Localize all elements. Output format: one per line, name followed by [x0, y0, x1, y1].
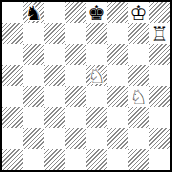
square-f6[interactable] [107, 44, 128, 65]
square-h1[interactable] [149, 149, 170, 170]
square-e8[interactable]: ♚ [86, 2, 107, 23]
square-a6[interactable] [2, 44, 23, 65]
square-f2[interactable] [107, 128, 128, 149]
square-e7[interactable] [86, 23, 107, 44]
square-b6[interactable] [23, 44, 44, 65]
piece-black-king[interactable]: ♚ [86, 2, 107, 23]
square-g4[interactable]: ♞♘ [128, 86, 149, 107]
square-f7[interactable] [107, 23, 128, 44]
piece-black-knight[interactable]: ♞ [23, 2, 44, 23]
square-f8[interactable] [107, 2, 128, 23]
square-a7[interactable] [2, 23, 23, 44]
square-h2[interactable] [149, 128, 170, 149]
square-b2[interactable] [23, 128, 44, 149]
square-a3[interactable] [2, 107, 23, 128]
square-b1[interactable] [23, 149, 44, 170]
white-knight-outline-layer: ♘ [86, 65, 107, 86]
white-king-outline-layer: ♔ [128, 2, 149, 23]
square-f4[interactable] [107, 86, 128, 107]
square-c3[interactable] [44, 107, 65, 128]
square-d7[interactable] [65, 23, 86, 44]
square-d6[interactable] [65, 44, 86, 65]
square-b4[interactable] [23, 86, 44, 107]
square-d8[interactable] [65, 2, 86, 23]
piece-white-rook[interactable]: ♜♖ [149, 23, 170, 44]
square-h6[interactable] [149, 44, 170, 65]
square-a2[interactable] [2, 128, 23, 149]
square-e1[interactable] [86, 149, 107, 170]
piece-white-knight[interactable]: ♞♘ [86, 65, 107, 86]
square-c8[interactable] [44, 2, 65, 23]
square-f5[interactable] [107, 65, 128, 86]
square-d4[interactable] [65, 86, 86, 107]
square-a1[interactable] [2, 149, 23, 170]
black-king-fill-layer: ♚ [86, 2, 107, 23]
square-c5[interactable] [44, 65, 65, 86]
square-g5[interactable] [128, 65, 149, 86]
square-g3[interactable] [128, 107, 149, 128]
square-g6[interactable] [128, 44, 149, 65]
square-g1[interactable] [128, 149, 149, 170]
square-c6[interactable] [44, 44, 65, 65]
square-h8[interactable] [149, 2, 170, 23]
square-a8[interactable] [2, 2, 23, 23]
chess-board: ♞♚♚♔♜♖♞♘♞♘ [0, 0, 172, 172]
square-c4[interactable] [44, 86, 65, 107]
square-e5[interactable]: ♞♘ [86, 65, 107, 86]
white-rook-outline-layer: ♖ [149, 23, 170, 44]
white-knight-outline-layer: ♘ [128, 86, 149, 107]
square-b7[interactable] [23, 23, 44, 44]
square-c1[interactable] [44, 149, 65, 170]
square-g7[interactable] [128, 23, 149, 44]
square-d3[interactable] [65, 107, 86, 128]
square-b8[interactable]: ♞ [23, 2, 44, 23]
square-e6[interactable] [86, 44, 107, 65]
square-c2[interactable] [44, 128, 65, 149]
square-a4[interactable] [2, 86, 23, 107]
square-e3[interactable] [86, 107, 107, 128]
square-g8[interactable]: ♚♔ [128, 2, 149, 23]
square-b3[interactable] [23, 107, 44, 128]
black-knight-fill-layer: ♞ [23, 2, 44, 23]
square-h3[interactable] [149, 107, 170, 128]
square-g2[interactable] [128, 128, 149, 149]
square-e4[interactable] [86, 86, 107, 107]
square-a5[interactable] [2, 65, 23, 86]
square-e2[interactable] [86, 128, 107, 149]
square-c7[interactable] [44, 23, 65, 44]
piece-white-knight[interactable]: ♞♘ [128, 86, 149, 107]
square-h5[interactable] [149, 65, 170, 86]
square-d5[interactable] [65, 65, 86, 86]
square-b5[interactable] [23, 65, 44, 86]
square-f3[interactable] [107, 107, 128, 128]
square-h7[interactable]: ♜♖ [149, 23, 170, 44]
piece-white-king[interactable]: ♚♔ [128, 2, 149, 23]
square-d1[interactable] [65, 149, 86, 170]
square-h4[interactable] [149, 86, 170, 107]
square-f1[interactable] [107, 149, 128, 170]
square-d2[interactable] [65, 128, 86, 149]
